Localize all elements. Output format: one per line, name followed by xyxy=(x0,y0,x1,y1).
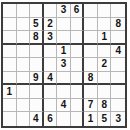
sudoku-cell-r9c6-empty[interactable] xyxy=(71,112,85,126)
sudoku-cell-r4c1-empty[interactable] xyxy=(3,45,17,59)
sudoku-cell-r6c4-given[interactable]: 4 xyxy=(44,72,58,86)
sudoku-cell-r7c5-empty[interactable] xyxy=(57,85,71,99)
sudoku-cell-r5c4-empty[interactable] xyxy=(44,58,58,72)
sudoku-cell-r9c2-empty[interactable] xyxy=(17,112,31,126)
sudoku-cell-r7c9-empty[interactable] xyxy=(111,85,125,99)
sudoku-cell-r4c4-empty[interactable] xyxy=(44,45,58,59)
sudoku-cell-r9c5-empty[interactable] xyxy=(57,112,71,126)
sudoku-cell-r9c7-given[interactable]: 1 xyxy=(84,112,98,126)
sudoku-cell-r3c8-given[interactable]: 1 xyxy=(98,31,112,45)
sudoku-cell-r8c6-empty[interactable] xyxy=(71,99,85,113)
sudoku-cell-r6c5-empty[interactable] xyxy=(57,72,71,86)
sudoku-cell-r3c4-given[interactable]: 3 xyxy=(44,31,58,45)
sudoku-cell-r8c4-empty[interactable] xyxy=(44,99,58,113)
sudoku-cell-r3c3-given[interactable]: 8 xyxy=(30,31,44,45)
sudoku-cell-r9c1-empty[interactable] xyxy=(3,112,17,126)
sudoku-cell-r7c7-empty[interactable] xyxy=(84,85,98,99)
sudoku-cell-r1c6-given[interactable]: 6 xyxy=(71,4,85,18)
sudoku-cell-r6c6-empty[interactable] xyxy=(71,72,85,86)
sudoku-cell-r1c9-empty[interactable] xyxy=(111,4,125,18)
sudoku-cell-r4c7-empty[interactable] xyxy=(84,45,98,59)
sudoku-cell-r4c9-given[interactable]: 4 xyxy=(111,45,125,59)
sudoku-cell-r3c9-empty[interactable] xyxy=(111,31,125,45)
sudoku-cell-r2c8-empty[interactable] xyxy=(98,18,112,32)
sudoku-cell-r2c9-given[interactable]: 8 xyxy=(111,18,125,32)
sudoku-cell-r5c7-empty[interactable] xyxy=(84,58,98,72)
sudoku-cell-r1c7-empty[interactable] xyxy=(84,4,98,18)
sudoku-cell-r9c4-given[interactable]: 6 xyxy=(44,112,58,126)
sudoku-cell-r1c5-given[interactable]: 3 xyxy=(57,4,71,18)
sudoku-cell-r6c2-empty[interactable] xyxy=(17,72,31,86)
sudoku-cell-r1c1-empty[interactable] xyxy=(3,4,17,18)
sudoku-cell-r6c9-empty[interactable] xyxy=(111,72,125,86)
sudoku-cell-r9c9-given[interactable]: 3 xyxy=(111,112,125,126)
sudoku-cell-r3c2-empty[interactable] xyxy=(17,31,31,45)
sudoku-cell-r8c5-given[interactable]: 4 xyxy=(57,99,71,113)
sudoku-cell-r4c2-empty[interactable] xyxy=(17,45,31,59)
sudoku-cell-r5c1-empty[interactable] xyxy=(3,58,17,72)
sudoku-cell-r3c1-empty[interactable] xyxy=(3,31,17,45)
sudoku-cell-r6c3-given[interactable]: 9 xyxy=(30,72,44,86)
sudoku-cell-r8c3-empty[interactable] xyxy=(30,99,44,113)
sudoku-cell-r8c8-given[interactable]: 8 xyxy=(98,99,112,113)
sudoku-cell-r8c9-empty[interactable] xyxy=(111,99,125,113)
sudoku-cell-r3c6-empty[interactable] xyxy=(71,31,85,45)
sudoku-cell-r2c5-empty[interactable] xyxy=(57,18,71,32)
sudoku-cell-r2c1-empty[interactable] xyxy=(3,18,17,32)
sudoku-cell-r4c3-empty[interactable] xyxy=(30,45,44,59)
sudoku-cell-r1c8-empty[interactable] xyxy=(98,4,112,18)
sudoku-cell-r5c9-empty[interactable] xyxy=(111,58,125,72)
sudoku-cell-r7c3-empty[interactable] xyxy=(30,85,44,99)
sudoku-cell-r5c2-empty[interactable] xyxy=(17,58,31,72)
sudoku-cell-r7c6-empty[interactable] xyxy=(71,85,85,99)
sudoku-cell-r7c8-empty[interactable] xyxy=(98,85,112,99)
sudoku-cell-r2c2-empty[interactable] xyxy=(17,18,31,32)
sudoku-cell-r1c4-empty[interactable] xyxy=(44,4,58,18)
sudoku-cell-r2c3-given[interactable]: 5 xyxy=(30,18,44,32)
sudoku-cell-r2c4-given[interactable]: 2 xyxy=(44,18,58,32)
sudoku-cell-r5c5-given[interactable]: 3 xyxy=(57,58,71,72)
sudoku-cell-r8c2-empty[interactable] xyxy=(17,99,31,113)
sudoku-cell-r2c7-empty[interactable] xyxy=(84,18,98,32)
sudoku-cell-r6c7-given[interactable]: 8 xyxy=(84,72,98,86)
sudoku-cell-r3c5-empty[interactable] xyxy=(57,31,71,45)
sudoku-cell-r9c3-given[interactable]: 4 xyxy=(30,112,44,126)
sudoku-cell-r5c6-empty[interactable] xyxy=(71,58,85,72)
sudoku-cell-r1c2-empty[interactable] xyxy=(17,4,31,18)
sudoku-cell-r8c1-empty[interactable] xyxy=(3,99,17,113)
sudoku-cell-r2c6-empty[interactable] xyxy=(71,18,85,32)
sudoku-cell-r7c2-empty[interactable] xyxy=(17,85,31,99)
sudoku-cell-r6c8-empty[interactable] xyxy=(98,72,112,86)
sudoku-cell-r4c6-empty[interactable] xyxy=(71,45,85,59)
sudoku-cell-r5c3-empty[interactable] xyxy=(30,58,44,72)
sudoku-cell-r7c1-given[interactable]: 1 xyxy=(3,85,17,99)
sudoku-cell-r8c7-given[interactable]: 7 xyxy=(84,99,98,113)
sudoku-cell-r4c5-given[interactable]: 1 xyxy=(57,45,71,59)
sudoku-board: 365288311432948147846153 xyxy=(1,2,127,128)
sudoku-cell-r9c8-given[interactable]: 5 xyxy=(98,112,112,126)
sudoku-cell-r6c1-empty[interactable] xyxy=(3,72,17,86)
sudoku-cell-r5c8-given[interactable]: 2 xyxy=(98,58,112,72)
sudoku-cell-r7c4-empty[interactable] xyxy=(44,85,58,99)
sudoku-cell-r3c7-empty[interactable] xyxy=(84,31,98,45)
sudoku-cell-r1c3-empty[interactable] xyxy=(30,4,44,18)
sudoku-cell-r4c8-empty[interactable] xyxy=(98,45,112,59)
